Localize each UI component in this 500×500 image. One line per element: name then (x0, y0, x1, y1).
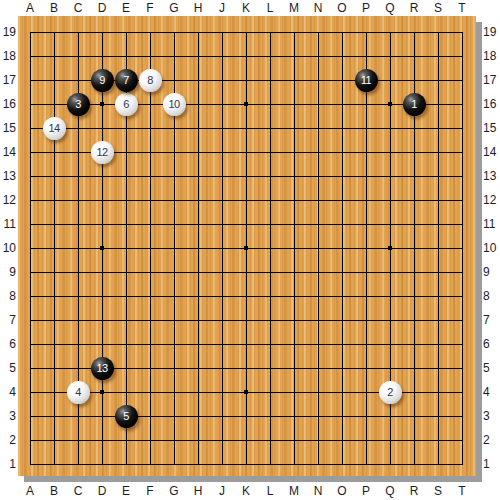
star-point-K4 (244, 390, 248, 394)
row-label-7: 7 (483, 308, 499, 332)
stone-white-2-Q4[interactable]: 2 (379, 381, 402, 404)
right-coordinate-labels: 19181716151413121110987654321 (483, 16, 499, 476)
row-label-1: 1 (483, 452, 499, 476)
row-label-3: 3 (483, 404, 499, 428)
row-label-15: 15 (483, 116, 499, 140)
row-label-15: 15 (0, 116, 16, 140)
stone-white-8-F17[interactable]: 8 (139, 69, 162, 92)
row-label-4: 4 (483, 380, 499, 404)
row-label-13: 13 (0, 164, 16, 188)
row-label-9: 9 (483, 260, 499, 284)
column-label-A: A (18, 0, 42, 16)
row-label-17: 17 (483, 68, 499, 92)
stone-move-number: 8 (147, 75, 153, 86)
stones-grid: 1234567891011121314 (18, 20, 474, 476)
column-label-O: O (330, 0, 354, 16)
left-coordinate-labels: 19181716151413121110987654321 (0, 16, 16, 476)
row-label-17: 17 (0, 68, 16, 92)
row-label-2: 2 (0, 428, 16, 452)
column-label-C: C (66, 482, 90, 500)
row-label-9: 9 (0, 260, 16, 284)
stone-white-14-B15[interactable]: 14 (43, 117, 66, 140)
column-label-P: P (354, 0, 378, 16)
row-label-5: 5 (483, 356, 499, 380)
stone-move-number: 14 (48, 123, 59, 134)
top-coordinate-labels: ABCDEFGHJKLMNOPQRST (18, 0, 476, 16)
row-label-16: 16 (0, 92, 16, 116)
stone-black-3-C16[interactable]: 3 (67, 93, 90, 116)
row-label-16: 16 (483, 92, 499, 116)
stone-black-11-P17[interactable]: 11 (355, 69, 378, 92)
column-label-L: L (258, 482, 282, 500)
bottom-coordinate-labels: ABCDEFGHJKLMNOPQRST (18, 482, 476, 500)
star-point-K16 (244, 102, 248, 106)
stone-move-number: 13 (96, 363, 107, 374)
column-label-S: S (426, 0, 450, 16)
stone-black-9-D17[interactable]: 9 (91, 69, 114, 92)
stone-move-number: 11 (361, 75, 371, 86)
row-label-13: 13 (483, 164, 499, 188)
column-label-O: O (330, 482, 354, 500)
stone-white-12-D14[interactable]: 12 (91, 141, 114, 164)
row-label-18: 18 (0, 44, 16, 68)
column-label-E: E (114, 0, 138, 16)
column-label-F: F (138, 0, 162, 16)
column-label-A: A (18, 482, 42, 500)
star-point-D4 (100, 390, 104, 394)
stone-move-number: 5 (123, 411, 129, 422)
column-label-K: K (234, 0, 258, 16)
column-label-G: G (162, 0, 186, 16)
stone-move-number: 7 (123, 75, 129, 86)
star-point-D16 (100, 102, 104, 106)
row-label-19: 19 (0, 20, 16, 44)
stone-white-10-G16[interactable]: 10 (163, 93, 186, 116)
column-label-K: K (234, 482, 258, 500)
column-label-F: F (138, 482, 162, 500)
star-point-D10 (100, 246, 104, 250)
stone-move-number: 9 (99, 75, 105, 86)
stone-move-number: 10 (168, 99, 179, 110)
column-label-R: R (402, 0, 426, 16)
row-label-11: 11 (0, 212, 16, 236)
stone-move-number: 3 (75, 99, 81, 110)
column-label-Q: Q (378, 482, 402, 500)
row-label-3: 3 (0, 404, 16, 428)
row-label-10: 10 (0, 236, 16, 260)
row-label-8: 8 (483, 284, 499, 308)
row-label-19: 19 (483, 20, 499, 44)
column-label-N: N (306, 482, 330, 500)
column-label-P: P (354, 482, 378, 500)
row-label-14: 14 (483, 140, 499, 164)
column-label-T: T (450, 482, 474, 500)
star-point-Q10 (388, 246, 392, 250)
stone-white-4-C4[interactable]: 4 (67, 381, 90, 404)
row-label-4: 4 (0, 380, 16, 404)
star-point-Q16 (388, 102, 392, 106)
column-label-D: D (90, 0, 114, 16)
go-diagram-screen: ABCDEFGHJKLMNOPQRST 19181716151413121110… (0, 0, 500, 500)
column-label-J: J (210, 0, 234, 16)
column-label-H: H (186, 482, 210, 500)
row-label-18: 18 (483, 44, 499, 68)
column-label-E: E (114, 482, 138, 500)
row-label-5: 5 (0, 356, 16, 380)
stone-white-6-E16[interactable]: 6 (115, 93, 138, 116)
column-label-H: H (186, 0, 210, 16)
column-label-D: D (90, 482, 114, 500)
stone-move-number: 12 (96, 147, 107, 158)
column-label-B: B (42, 482, 66, 500)
row-label-6: 6 (0, 332, 16, 356)
column-label-G: G (162, 482, 186, 500)
stone-black-1-R16[interactable]: 1 (403, 93, 426, 116)
row-label-1: 1 (0, 452, 16, 476)
stone-move-number: 2 (387, 387, 393, 398)
row-label-14: 14 (0, 140, 16, 164)
column-label-N: N (306, 0, 330, 16)
column-label-S: S (426, 482, 450, 500)
column-label-Q: Q (378, 0, 402, 16)
column-label-J: J (210, 482, 234, 500)
row-label-12: 12 (0, 188, 16, 212)
row-label-7: 7 (0, 308, 16, 332)
row-label-6: 6 (483, 332, 499, 356)
stone-move-number: 4 (75, 387, 81, 398)
row-label-10: 10 (483, 236, 499, 260)
column-label-L: L (258, 0, 282, 16)
stone-black-7-E17[interactable]: 7 (115, 69, 138, 92)
stone-black-5-E3[interactable]: 5 (115, 405, 138, 428)
row-label-11: 11 (483, 212, 499, 236)
star-point-K10 (244, 246, 248, 250)
column-label-T: T (450, 0, 474, 16)
stone-black-13-D5[interactable]: 13 (91, 357, 114, 380)
row-label-8: 8 (0, 284, 16, 308)
column-label-C: C (66, 0, 90, 16)
stone-move-number: 1 (411, 99, 417, 110)
column-label-M: M (282, 482, 306, 500)
go-board[interactable]: 1234567891011121314 (18, 16, 476, 476)
stone-move-number: 6 (123, 99, 129, 110)
row-label-12: 12 (483, 188, 499, 212)
column-label-R: R (402, 482, 426, 500)
column-label-M: M (282, 0, 306, 16)
row-label-2: 2 (483, 428, 499, 452)
column-label-B: B (42, 0, 66, 16)
